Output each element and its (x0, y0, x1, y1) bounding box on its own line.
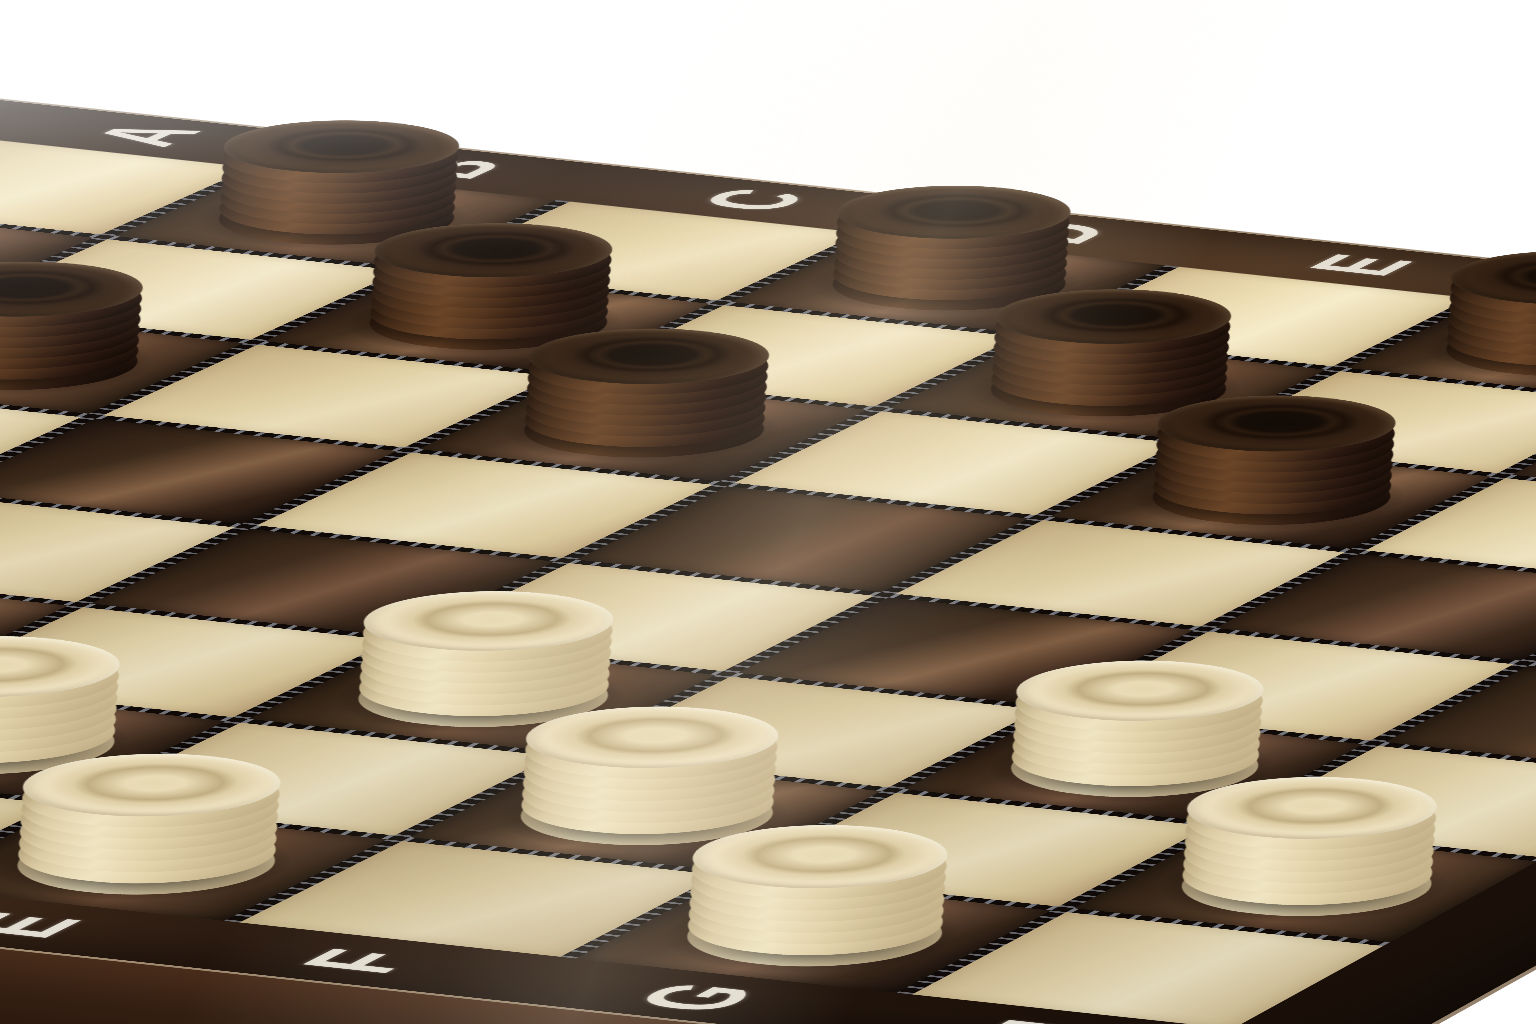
checkers-board-photo: ABCDEFGHABCDEFGH (0, 0, 1536, 1024)
checkers-board: ABCDEFGHABCDEFGH (0, 87, 1536, 1024)
